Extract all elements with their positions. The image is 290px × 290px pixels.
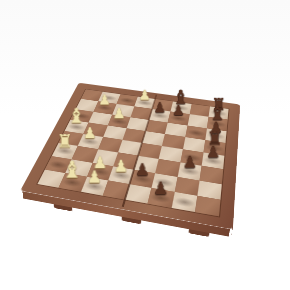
- piece-glyph: ♟: [114, 158, 129, 174]
- piece-glyph: ♞: [119, 82, 135, 100]
- board-right-edge: [231, 105, 240, 235]
- board-foot: [54, 204, 72, 211]
- piece-glyph: ♝: [62, 159, 83, 182]
- square-h7[interactable]: ♞: [171, 192, 197, 212]
- piece-glyph: ♟: [182, 155, 196, 171]
- piece-glyph: ♟: [112, 107, 125, 121]
- piece-glyph: ♟: [135, 162, 150, 178]
- piece-glyph: ♟: [154, 101, 167, 115]
- square-h8[interactable]: [195, 196, 221, 217]
- board-foot: [189, 229, 210, 237]
- square-e2[interactable]: ♟: [78, 134, 103, 149]
- piece-glyph: ♟: [206, 145, 220, 161]
- piece-glyph: ♟: [139, 89, 151, 103]
- piece-glyph: ♟: [153, 180, 168, 197]
- chessboard-scene: ♛♞♟♝♜♟♟♟♝♚♟♛♟♝♜♟♚♟♜♟♞♟♟♟♞♝♟♟♞: [0, 0, 290, 290]
- board-foot: [122, 217, 141, 225]
- chess-board: ♛♞♟♝♜♟♟♟♝♚♟♛♟♝♜♟♚♟♜♟♞♟♟♟♞♝♟♟♞: [20, 83, 240, 230]
- piece-glyph: ♞: [174, 179, 195, 202]
- piece-glyph: ♟: [172, 104, 185, 118]
- clasp-latch: [235, 161, 237, 174]
- piece-glyph: ♟: [99, 94, 111, 108]
- photo-canvas: ♛♞♟♝♜♟♟♟♝♚♟♛♟♝♜♟♚♟♜♟♞♟♟♟♞♝♟♟♞: [0, 0, 290, 290]
- piece-glyph: ♟: [87, 169, 102, 186]
- piece-glyph: ♟: [83, 126, 96, 141]
